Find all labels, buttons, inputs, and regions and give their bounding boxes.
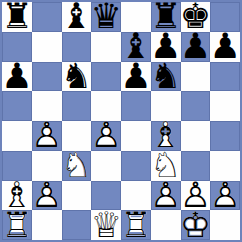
piece-black-knight[interactable]: ♞ xyxy=(151,62,181,92)
piece-glyph-outline: ♙ xyxy=(210,181,240,211)
square-e1[interactable]: ♜♖ xyxy=(121,210,151,240)
square-a6[interactable]: ♟ xyxy=(2,62,32,92)
square-g7[interactable]: ♟ xyxy=(181,32,211,62)
square-g4[interactable] xyxy=(181,121,211,151)
piece-white-rook[interactable]: ♜♖ xyxy=(121,210,151,240)
square-b2[interactable]: ♟♙ xyxy=(32,181,62,211)
square-c2[interactable] xyxy=(62,181,92,211)
piece-white-pawn[interactable]: ♟♙ xyxy=(32,121,62,151)
piece-black-queen[interactable]: ♛ xyxy=(91,2,121,32)
piece-glyph-fill: ♞ xyxy=(151,62,181,92)
square-f1[interactable] xyxy=(151,210,181,240)
piece-white-rook[interactable]: ♜♖ xyxy=(2,210,32,240)
square-d8[interactable]: ♛ xyxy=(91,2,121,32)
piece-white-knight[interactable]: ♞♘ xyxy=(62,151,92,181)
square-c6[interactable]: ♞ xyxy=(62,62,92,92)
piece-white-pawn[interactable]: ♟♙ xyxy=(210,181,240,211)
square-e4[interactable] xyxy=(121,121,151,151)
piece-black-knight[interactable]: ♞ xyxy=(62,62,92,92)
piece-white-pawn[interactable]: ♟♙ xyxy=(151,181,181,211)
piece-glyph-fill: ♜ xyxy=(2,2,32,32)
piece-glyph-outline: ♙ xyxy=(32,121,62,151)
piece-glyph-fill: ♟ xyxy=(2,62,32,92)
piece-white-pawn[interactable]: ♟♙ xyxy=(91,121,121,151)
square-g6[interactable] xyxy=(181,62,211,92)
square-d4[interactable]: ♟♙ xyxy=(91,121,121,151)
square-e6[interactable]: ♟ xyxy=(121,62,151,92)
square-e5[interactable] xyxy=(121,91,151,121)
piece-black-pawn[interactable]: ♟ xyxy=(181,32,211,62)
square-h1[interactable] xyxy=(210,210,240,240)
square-e3[interactable] xyxy=(121,151,151,181)
square-c8[interactable]: ♝ xyxy=(62,2,92,32)
square-h4[interactable] xyxy=(210,121,240,151)
piece-glyph-outline: ♙ xyxy=(91,121,121,151)
piece-white-king[interactable]: ♚♔ xyxy=(181,210,211,240)
chess-board: ♜♝♛♜♚♝♟♟♟♟♞♟♞♟♙♟♙♝♗♞♘♞♘♝♗♟♙♟♙♟♙♟♙♜♖♛♕♜♖♚… xyxy=(0,0,242,242)
square-h5[interactable] xyxy=(210,91,240,121)
piece-black-rook[interactable]: ♜ xyxy=(2,2,32,32)
piece-black-pawn[interactable]: ♟ xyxy=(210,32,240,62)
piece-glyph-fill: ♟ xyxy=(210,32,240,62)
piece-glyph-outline: ♔ xyxy=(181,210,211,240)
piece-white-pawn[interactable]: ♟♙ xyxy=(32,181,62,211)
square-d1[interactable]: ♛♕ xyxy=(91,210,121,240)
piece-black-bishop[interactable]: ♝ xyxy=(62,2,92,32)
piece-glyph-outline: ♕ xyxy=(91,210,121,240)
piece-glyph-outline: ♖ xyxy=(121,210,151,240)
square-g1[interactable]: ♚♔ xyxy=(181,210,211,240)
piece-glyph-outline: ♖ xyxy=(2,210,32,240)
square-d7[interactable] xyxy=(91,32,121,62)
square-a4[interactable] xyxy=(2,121,32,151)
square-b7[interactable] xyxy=(32,32,62,62)
square-d6[interactable] xyxy=(91,62,121,92)
piece-glyph-fill: ♝ xyxy=(62,2,92,32)
square-b1[interactable] xyxy=(32,210,62,240)
piece-glyph-fill: ♟ xyxy=(181,32,211,62)
piece-glyph-outline: ♙ xyxy=(32,181,62,211)
square-b8[interactable] xyxy=(32,2,62,32)
square-c1[interactable] xyxy=(62,210,92,240)
piece-glyph-fill: ♛ xyxy=(91,2,121,32)
square-b6[interactable] xyxy=(32,62,62,92)
square-a8[interactable]: ♜ xyxy=(2,2,32,32)
piece-glyph-fill: ♞ xyxy=(62,62,92,92)
piece-black-pawn[interactable]: ♟ xyxy=(2,62,32,92)
piece-glyph-fill: ♟ xyxy=(121,62,151,92)
piece-black-pawn[interactable]: ♟ xyxy=(121,62,151,92)
piece-white-queen[interactable]: ♛♕ xyxy=(91,210,121,240)
square-d3[interactable] xyxy=(91,151,121,181)
square-h2[interactable]: ♟♙ xyxy=(210,181,240,211)
square-c3[interactable]: ♞♘ xyxy=(62,151,92,181)
square-a5[interactable] xyxy=(2,91,32,121)
square-f2[interactable]: ♟♙ xyxy=(151,181,181,211)
square-h6[interactable] xyxy=(210,62,240,92)
piece-glyph-outline: ♙ xyxy=(151,181,181,211)
square-h7[interactable]: ♟ xyxy=(210,32,240,62)
square-f6[interactable]: ♞ xyxy=(151,62,181,92)
piece-glyph-outline: ♘ xyxy=(62,151,92,181)
square-b4[interactable]: ♟♙ xyxy=(32,121,62,151)
square-c5[interactable] xyxy=(62,91,92,121)
square-g5[interactable] xyxy=(181,91,211,121)
square-a1[interactable]: ♜♖ xyxy=(2,210,32,240)
